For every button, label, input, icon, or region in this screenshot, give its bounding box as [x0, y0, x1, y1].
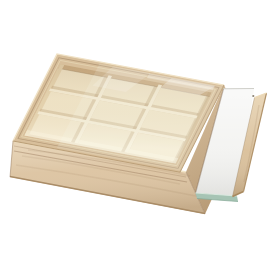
product-photo	[0, 0, 270, 270]
photo-canvas	[0, 0, 270, 270]
glass-corner-speck	[252, 95, 254, 97]
